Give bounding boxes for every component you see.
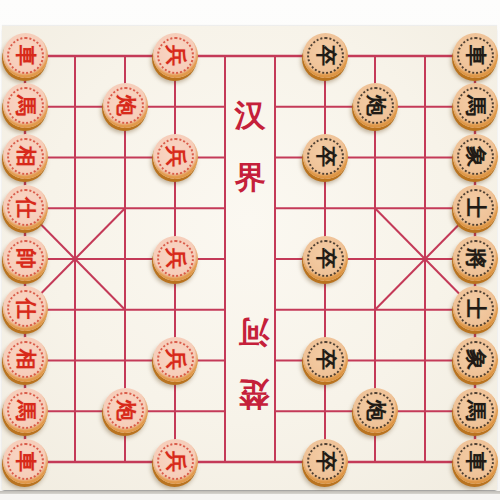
piece-black-chariot[interactable]: 車 — [453, 439, 498, 484]
piece-character: 炮 — [353, 388, 398, 433]
piece-black-horse[interactable]: 馬 — [453, 388, 498, 433]
piece-character: 兵 — [153, 33, 198, 78]
piece-black-advisor[interactable]: 士 — [453, 185, 498, 230]
piece-character: 仕 — [3, 286, 48, 331]
piece-character: 馬 — [3, 83, 48, 128]
piece-red-soldier[interactable]: 兵 — [153, 236, 198, 281]
piece-character: 卒 — [303, 33, 348, 78]
piece-character: 卒 — [303, 134, 348, 179]
piece-character: 炮 — [103, 83, 148, 128]
piece-character: 卒 — [303, 439, 348, 484]
piece-black-cannon[interactable]: 炮 — [353, 388, 398, 433]
piece-red-cannon[interactable]: 炮 — [103, 388, 148, 433]
piece-character: 將 — [453, 236, 498, 281]
piece-black-soldier[interactable]: 卒 — [303, 33, 348, 78]
piece-black-chariot[interactable]: 車 — [453, 33, 498, 78]
piece-character: 車 — [453, 33, 498, 78]
piece-black-elephant[interactable]: 象 — [453, 337, 498, 382]
piece-red-soldier[interactable]: 兵 — [153, 337, 198, 382]
piece-red-elephant[interactable]: 相 — [3, 337, 48, 382]
piece-character: 車 — [453, 439, 498, 484]
piece-red-chariot[interactable]: 車 — [3, 33, 48, 78]
piece-character: 馬 — [3, 388, 48, 433]
piece-black-soldier[interactable]: 卒 — [303, 134, 348, 179]
piece-character: 車 — [3, 439, 48, 484]
pieces-layer: 車馬相仕帥仕相馬車炮炮兵兵兵兵兵卒卒卒卒卒炮炮車馬象士將士象馬車 — [0, 0, 500, 500]
piece-red-advisor[interactable]: 仕 — [3, 286, 48, 331]
piece-black-soldier[interactable]: 卒 — [303, 337, 348, 382]
piece-character: 兵 — [153, 439, 198, 484]
xiangqi-set-photo: 汉界 楚河 車馬相仕帥仕相馬車炮炮兵兵兵兵兵卒卒卒卒卒炮炮車馬象士將士象馬車 — [0, 0, 500, 500]
piece-character: 馬 — [453, 388, 498, 433]
piece-red-horse[interactable]: 馬 — [3, 83, 48, 128]
piece-black-soldier[interactable]: 卒 — [303, 236, 348, 281]
piece-character: 兵 — [153, 337, 198, 382]
piece-red-soldier[interactable]: 兵 — [153, 134, 198, 179]
piece-red-horse[interactable]: 馬 — [3, 388, 48, 433]
piece-black-elephant[interactable]: 象 — [453, 134, 498, 179]
piece-black-advisor[interactable]: 士 — [453, 286, 498, 331]
piece-character: 卒 — [303, 337, 348, 382]
piece-red-soldier[interactable]: 兵 — [153, 33, 198, 78]
piece-character: 象 — [453, 134, 498, 179]
piece-red-advisor[interactable]: 仕 — [3, 185, 48, 230]
piece-red-general[interactable]: 帥 — [3, 236, 48, 281]
cloth-edge-shadow — [0, 491, 500, 494]
piece-character: 相 — [3, 134, 48, 179]
piece-character: 士 — [453, 286, 498, 331]
piece-character: 象 — [453, 337, 498, 382]
piece-character: 炮 — [353, 83, 398, 128]
piece-character: 車 — [3, 33, 48, 78]
piece-character: 兵 — [153, 236, 198, 281]
piece-black-soldier[interactable]: 卒 — [303, 439, 348, 484]
piece-black-horse[interactable]: 馬 — [453, 83, 498, 128]
piece-character: 馬 — [453, 83, 498, 128]
piece-red-soldier[interactable]: 兵 — [153, 439, 198, 484]
piece-red-elephant[interactable]: 相 — [3, 134, 48, 179]
piece-character: 相 — [3, 337, 48, 382]
piece-character: 仕 — [3, 185, 48, 230]
piece-character: 卒 — [303, 236, 348, 281]
piece-black-cannon[interactable]: 炮 — [353, 83, 398, 128]
piece-black-general[interactable]: 將 — [453, 236, 498, 281]
piece-character: 兵 — [153, 134, 198, 179]
piece-character: 士 — [453, 185, 498, 230]
piece-red-chariot[interactable]: 車 — [3, 439, 48, 484]
piece-character: 帥 — [3, 236, 48, 281]
piece-character: 炮 — [103, 388, 148, 433]
piece-red-cannon[interactable]: 炮 — [103, 83, 148, 128]
